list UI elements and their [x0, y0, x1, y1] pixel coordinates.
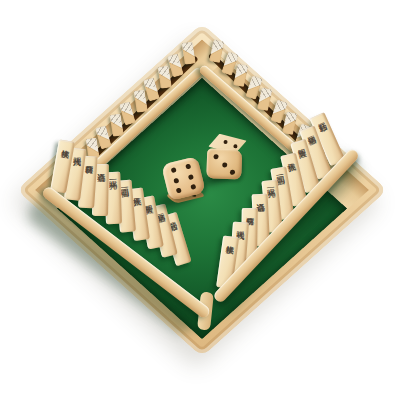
tile-label: 浅饮半杯: [61, 143, 72, 145]
die-pip: [224, 140, 228, 144]
die-pip: [233, 145, 237, 149]
die-pip: [213, 154, 218, 159]
die-pip: [171, 167, 177, 173]
tile-label: 罚站五秒: [313, 116, 323, 120]
left-die[interactable]: [163, 158, 205, 204]
die-pip: [176, 187, 182, 193]
die-pip: [222, 162, 227, 167]
tile-label: 浅饮半杯: [225, 239, 236, 241]
tile-label: 罚酒半杯: [303, 129, 313, 133]
tile-label: 找人代喝: [72, 151, 83, 152]
die-pip: [230, 169, 235, 174]
tile-label: 胆大冒险: [293, 142, 304, 145]
product-photo-scene: 浅饮半杯找人代喝自饮两杯说真心话喝光一杯罚唱一曲找人干杯胆大冒险罚酒半杯罚站五秒…: [0, 0, 400, 400]
die-pip: [188, 174, 194, 180]
tile-label: 罚唱一曲: [274, 169, 285, 171]
die-pip: [185, 164, 191, 170]
tile-label: 找人干杯: [283, 156, 294, 159]
right-die[interactable]: [205, 133, 247, 182]
right-die-front-face: [206, 148, 242, 179]
tile-label: 说真心话: [254, 197, 265, 198]
tile-label: 自饮两杯: [84, 159, 95, 160]
die-pip: [190, 184, 196, 190]
tile-label: 找人代喝: [235, 225, 246, 226]
tile-label: 喝光一杯: [264, 183, 275, 184]
die-pip: [173, 177, 179, 183]
